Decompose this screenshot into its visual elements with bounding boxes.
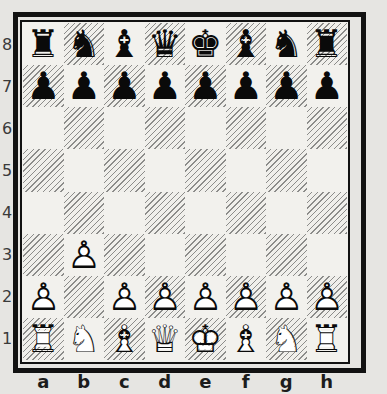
piece-white-rook: ♜ (307, 318, 348, 360)
square-d5 (145, 149, 186, 191)
square-b5 (64, 149, 105, 191)
square-a7: ♟ (23, 65, 64, 107)
piece-white-pawn: ♙ (64, 234, 105, 276)
square-h1: ♜♖ (307, 318, 348, 360)
piece-black-rook: ♜ (307, 23, 348, 65)
square-e8: ♚ (185, 23, 226, 65)
piece-white-pawn: ♟ (266, 276, 307, 318)
piece-white-bishop: ♝ (226, 318, 267, 360)
piece-white-pawn: ♙ (185, 276, 226, 318)
file-label-f: f (226, 370, 267, 392)
piece-white-bishop: ♗ (226, 318, 267, 360)
rank-label-2: 2 (0, 276, 14, 318)
square-d4 (145, 192, 186, 234)
square-d8: ♛ (145, 23, 186, 65)
square-c1: ♝♗ (104, 318, 145, 360)
rank-labels: 8 7 6 5 4 3 2 1 (0, 23, 14, 360)
square-g5 (266, 149, 307, 191)
square-e1: ♚♔ (185, 318, 226, 360)
square-h5 (307, 149, 348, 191)
square-f6 (226, 107, 267, 149)
piece-black-bishop: ♝ (226, 23, 267, 65)
file-label-d: d (145, 370, 186, 392)
square-a4 (23, 192, 64, 234)
piece-white-pawn: ♙ (104, 276, 145, 318)
square-b6 (64, 107, 105, 149)
square-e5 (185, 149, 226, 191)
file-label-e: e (185, 370, 226, 392)
piece-white-pawn: ♟ (23, 276, 64, 318)
square-b1: ♞♘ (64, 318, 105, 360)
square-g3 (266, 234, 307, 276)
square-h2: ♟♙ (307, 276, 348, 318)
piece-white-pawn: ♟ (64, 234, 105, 276)
square-f7: ♟ (226, 65, 267, 107)
piece-white-pawn: ♟ (226, 276, 267, 318)
piece-white-knight: ♘ (64, 318, 105, 360)
piece-white-pawn: ♙ (23, 276, 64, 318)
piece-black-pawn: ♟ (64, 65, 105, 107)
piece-white-pawn: ♟ (145, 276, 186, 318)
piece-black-pawn: ♟ (23, 65, 64, 107)
piece-black-queen: ♛ (145, 23, 186, 65)
square-h4 (307, 192, 348, 234)
piece-black-pawn: ♟ (104, 65, 145, 107)
square-h3 (307, 234, 348, 276)
piece-white-pawn: ♙ (145, 276, 186, 318)
square-a5 (23, 149, 64, 191)
square-f1: ♝♗ (226, 318, 267, 360)
piece-white-knight: ♘ (266, 318, 307, 360)
square-h8: ♜ (307, 23, 348, 65)
square-d6 (145, 107, 186, 149)
piece-black-king: ♚ (185, 23, 226, 65)
square-a2: ♟♙ (23, 276, 64, 318)
piece-white-king: ♔ (185, 318, 226, 360)
piece-white-queen: ♕ (145, 318, 186, 360)
piece-white-rook: ♖ (23, 318, 64, 360)
piece-white-bishop: ♗ (104, 318, 145, 360)
square-c3 (104, 234, 145, 276)
square-d3 (145, 234, 186, 276)
square-e4 (185, 192, 226, 234)
square-b4 (64, 192, 105, 234)
file-label-a: a (23, 370, 64, 392)
piece-black-pawn: ♟ (185, 65, 226, 107)
square-g2: ♟♙ (266, 276, 307, 318)
chess-diagram: 8 7 6 5 4 3 2 1 ♜♞♝♛♚♝♞♜♟♟♟♟♟♟♟♟♟♙♟♙♟♙♟♙… (0, 0, 387, 394)
rank-label-3: 3 (0, 234, 14, 276)
square-g1: ♞♘ (266, 318, 307, 360)
square-b3: ♟♙ (64, 234, 105, 276)
square-c8: ♝ (104, 23, 145, 65)
board-outer-border: ♜♞♝♛♚♝♞♜♟♟♟♟♟♟♟♟♟♙♟♙♟♙♟♙♟♙♟♙♟♙♟♙♜♖♞♘♝♗♛♕… (13, 12, 366, 373)
square-f3 (226, 234, 267, 276)
piece-white-queen: ♛ (145, 318, 186, 360)
square-d1: ♛♕ (145, 318, 186, 360)
square-b8: ♞ (64, 23, 105, 65)
square-f4 (226, 192, 267, 234)
square-g8: ♞ (266, 23, 307, 65)
piece-white-knight: ♞ (266, 318, 307, 360)
piece-black-rook: ♜ (23, 23, 64, 65)
piece-white-pawn: ♟ (104, 276, 145, 318)
square-e6 (185, 107, 226, 149)
file-label-c: c (104, 370, 145, 392)
rank-label-8: 8 (0, 23, 14, 65)
file-label-b: b (64, 370, 105, 392)
square-h7: ♟ (307, 65, 348, 107)
piece-white-pawn: ♙ (266, 276, 307, 318)
piece-black-pawn: ♟ (145, 65, 186, 107)
piece-white-pawn: ♟ (185, 276, 226, 318)
square-g6 (266, 107, 307, 149)
square-e7: ♟ (185, 65, 226, 107)
square-c6 (104, 107, 145, 149)
piece-white-rook: ♖ (307, 318, 348, 360)
square-c4 (104, 192, 145, 234)
square-b7: ♟ (64, 65, 105, 107)
piece-black-pawn: ♟ (307, 65, 348, 107)
piece-white-knight: ♞ (64, 318, 105, 360)
square-e2: ♟♙ (185, 276, 226, 318)
square-c2: ♟♙ (104, 276, 145, 318)
rank-label-6: 6 (0, 107, 14, 149)
file-label-h: h (307, 370, 348, 392)
square-f2: ♟♙ (226, 276, 267, 318)
square-a6 (23, 107, 64, 149)
square-a1: ♜♖ (23, 318, 64, 360)
square-f5 (226, 149, 267, 191)
piece-white-king: ♚ (185, 318, 226, 360)
square-c5 (104, 149, 145, 191)
piece-white-pawn: ♙ (307, 276, 348, 318)
square-g7: ♟ (266, 65, 307, 107)
square-e3 (185, 234, 226, 276)
piece-white-rook: ♜ (23, 318, 64, 360)
board-inner-border: ♜♞♝♛♚♝♞♜♟♟♟♟♟♟♟♟♟♙♟♙♟♙♟♙♟♙♟♙♟♙♟♙♜♖♞♘♝♗♛♕… (20, 20, 350, 364)
square-d2: ♟♙ (145, 276, 186, 318)
rank-label-5: 5 (0, 149, 14, 191)
square-g4 (266, 192, 307, 234)
square-f8: ♝ (226, 23, 267, 65)
piece-black-pawn: ♟ (266, 65, 307, 107)
square-a8: ♜ (23, 23, 64, 65)
square-h6 (307, 107, 348, 149)
piece-white-bishop: ♝ (104, 318, 145, 360)
piece-black-knight: ♞ (64, 23, 105, 65)
rank-label-7: 7 (0, 65, 14, 107)
piece-white-pawn: ♟ (307, 276, 348, 318)
square-c7: ♟ (104, 65, 145, 107)
file-labels: a b c d e f g h (23, 370, 347, 392)
square-b2 (64, 276, 105, 318)
square-d7: ♟ (145, 65, 186, 107)
rank-label-1: 1 (0, 318, 14, 360)
chess-board: ♜♞♝♛♚♝♞♜♟♟♟♟♟♟♟♟♟♙♟♙♟♙♟♙♟♙♟♙♟♙♟♙♜♖♞♘♝♗♛♕… (23, 23, 347, 360)
file-label-g: g (266, 370, 307, 392)
piece-black-pawn: ♟ (226, 65, 267, 107)
square-a3 (23, 234, 64, 276)
piece-black-knight: ♞ (266, 23, 307, 65)
rank-label-4: 4 (0, 192, 14, 234)
piece-black-bishop: ♝ (104, 23, 145, 65)
piece-white-pawn: ♙ (226, 276, 267, 318)
